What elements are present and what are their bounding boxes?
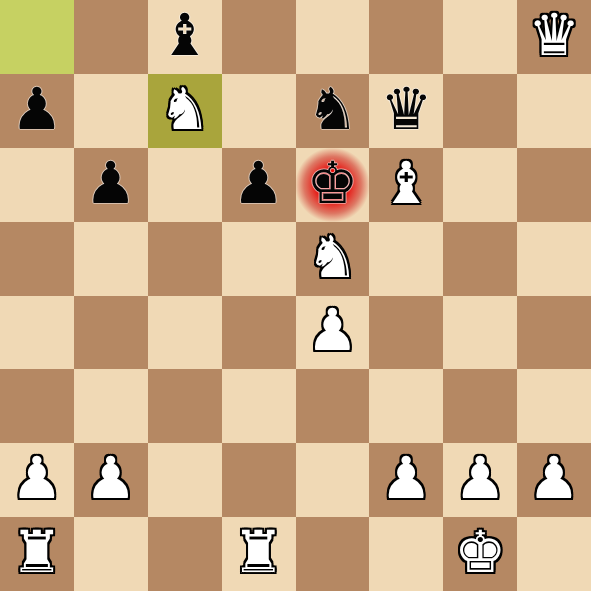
square-c6[interactable] (148, 148, 222, 222)
square-e1[interactable] (296, 517, 370, 591)
square-f5[interactable] (369, 222, 443, 296)
piece-white-pawn[interactable]: ♟ (380, 449, 432, 507)
square-a7[interactable]: ♟ (0, 74, 74, 148)
square-f2[interactable]: ♟ (369, 443, 443, 517)
square-e3[interactable] (296, 369, 370, 443)
square-e8[interactable] (296, 0, 370, 74)
square-h3[interactable] (517, 369, 591, 443)
square-h6[interactable] (517, 148, 591, 222)
square-b8[interactable] (74, 0, 148, 74)
square-a4[interactable] (0, 296, 74, 370)
square-h4[interactable] (517, 296, 591, 370)
square-g5[interactable] (443, 222, 517, 296)
square-f6[interactable]: ♝ (369, 148, 443, 222)
square-f7[interactable]: ♛ (369, 74, 443, 148)
square-h1[interactable] (517, 517, 591, 591)
square-e6[interactable]: ♚ (296, 148, 370, 222)
piece-black-bishop[interactable]: ♝ (159, 6, 211, 64)
square-g7[interactable] (443, 74, 517, 148)
square-a3[interactable] (0, 369, 74, 443)
square-e2[interactable] (296, 443, 370, 517)
piece-black-knight[interactable]: ♞ (306, 80, 358, 138)
piece-white-pawn[interactable]: ♟ (528, 449, 580, 507)
square-h5[interactable] (517, 222, 591, 296)
piece-white-knight[interactable]: ♞ (159, 80, 211, 138)
square-c8[interactable]: ♝ (148, 0, 222, 74)
square-g8[interactable] (443, 0, 517, 74)
square-b3[interactable] (74, 369, 148, 443)
square-d7[interactable] (222, 74, 296, 148)
square-b4[interactable] (74, 296, 148, 370)
square-b6[interactable]: ♟ (74, 148, 148, 222)
square-h2[interactable]: ♟ (517, 443, 591, 517)
square-b7[interactable] (74, 74, 148, 148)
square-g1[interactable]: ♚ (443, 517, 517, 591)
piece-white-rook[interactable]: ♜ (11, 523, 63, 581)
square-b1[interactable] (74, 517, 148, 591)
square-b2[interactable]: ♟ (74, 443, 148, 517)
square-e5[interactable]: ♞ (296, 222, 370, 296)
square-a2[interactable]: ♟ (0, 443, 74, 517)
square-d2[interactable] (222, 443, 296, 517)
piece-black-pawn[interactable]: ♟ (11, 80, 63, 138)
chess-board: ♝♛♟♞♞♛♟♟♚♝♞♟♟♟♟♟♟♜♜♚ (0, 0, 591, 591)
piece-white-queen[interactable]: ♛ (528, 6, 580, 64)
piece-white-rook[interactable]: ♜ (233, 523, 285, 581)
piece-white-bishop[interactable]: ♝ (380, 154, 432, 212)
square-d1[interactable]: ♜ (222, 517, 296, 591)
square-d3[interactable] (222, 369, 296, 443)
square-d8[interactable] (222, 0, 296, 74)
piece-black-pawn[interactable]: ♟ (85, 154, 137, 212)
piece-white-king[interactable]: ♚ (454, 523, 506, 581)
square-f3[interactable] (369, 369, 443, 443)
square-f4[interactable] (369, 296, 443, 370)
piece-white-pawn[interactable]: ♟ (11, 449, 63, 507)
piece-black-pawn[interactable]: ♟ (233, 154, 285, 212)
piece-white-knight[interactable]: ♞ (306, 228, 358, 286)
piece-black-queen[interactable]: ♛ (380, 80, 432, 138)
piece-black-king[interactable]: ♚ (306, 154, 358, 212)
square-e4[interactable]: ♟ (296, 296, 370, 370)
square-c3[interactable] (148, 369, 222, 443)
piece-white-pawn[interactable]: ♟ (306, 301, 358, 359)
square-g4[interactable] (443, 296, 517, 370)
square-g3[interactable] (443, 369, 517, 443)
square-f1[interactable] (369, 517, 443, 591)
square-c5[interactable] (148, 222, 222, 296)
square-a8[interactable] (0, 0, 74, 74)
square-c1[interactable] (148, 517, 222, 591)
square-d5[interactable] (222, 222, 296, 296)
square-h7[interactable] (517, 74, 591, 148)
square-b5[interactable] (74, 222, 148, 296)
square-g2[interactable]: ♟ (443, 443, 517, 517)
square-a6[interactable] (0, 148, 74, 222)
square-e7[interactable]: ♞ (296, 74, 370, 148)
square-c2[interactable] (148, 443, 222, 517)
square-f8[interactable] (369, 0, 443, 74)
square-g6[interactable] (443, 148, 517, 222)
square-a5[interactable] (0, 222, 74, 296)
square-d6[interactable]: ♟ (222, 148, 296, 222)
square-h8[interactable]: ♛ (517, 0, 591, 74)
square-c4[interactable] (148, 296, 222, 370)
square-d4[interactable] (222, 296, 296, 370)
piece-white-pawn[interactable]: ♟ (454, 449, 506, 507)
square-c7[interactable]: ♞ (148, 74, 222, 148)
piece-white-pawn[interactable]: ♟ (85, 449, 137, 507)
square-a1[interactable]: ♜ (0, 517, 74, 591)
